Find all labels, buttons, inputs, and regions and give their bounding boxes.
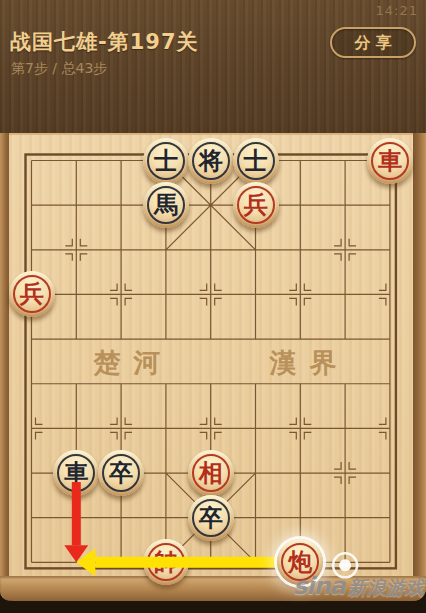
piece-glyph: 兵 (9, 271, 55, 317)
header-bar: 14:21 战国七雄-第197关 第7步 / 总43步 分享 (0, 0, 426, 135)
piece-black-士-50[interactable]: 士 (233, 138, 279, 184)
level-title: 战国七雄-第197关 (10, 28, 199, 56)
piece-black-馬-31[interactable]: 馬 (143, 182, 189, 228)
piece-glyph: 相 (188, 450, 234, 496)
piece-glyph: 士 (233, 138, 279, 184)
river-label-right: 漢界 (257, 345, 350, 381)
board-right-edge (413, 133, 426, 601)
piece-red-兵-03[interactable]: 兵 (9, 271, 55, 317)
piece-glyph: 卒 (188, 495, 234, 541)
move-progress: 第7步 / 总43步 (11, 60, 107, 78)
piece-black-将-40[interactable]: 将 (188, 138, 234, 184)
piece-red-帥-39[interactable]: 帥 (143, 539, 189, 585)
clock-time: 14:21 (376, 3, 418, 18)
piece-glyph: 兵 (233, 182, 279, 228)
sina-logo: sina (293, 572, 345, 600)
piece-glyph: 車 (53, 450, 99, 496)
piece-red-兵-51[interactable]: 兵 (233, 182, 279, 228)
piece-black-卒-27[interactable]: 卒 (98, 450, 144, 496)
piece-glyph: 車 (367, 138, 413, 184)
piece-glyph: 将 (188, 138, 234, 184)
share-button[interactable]: 分享 (330, 27, 416, 58)
watermark-text: 新浪游戏 (348, 576, 424, 598)
piece-black-士-30[interactable]: 士 (143, 138, 189, 184)
piece-black-車-17[interactable]: 車 (53, 450, 99, 496)
watermark: sina新浪游戏 (293, 572, 424, 601)
piece-glyph: 馬 (143, 182, 189, 228)
river-label-left: 楚河 (81, 345, 174, 381)
piece-red-車-80[interactable]: 車 (367, 138, 413, 184)
piece-glyph: 卒 (98, 450, 144, 496)
piece-glyph: 士 (143, 138, 189, 184)
piece-glyph: 帥 (143, 539, 189, 585)
piece-black-卒-48[interactable]: 卒 (188, 495, 234, 541)
app-screen: 14:21 战国七雄-第197关 第7步 / 总43步 分享 楚河 漢界 士将士… (0, 0, 426, 613)
piece-red-相-47[interactable]: 相 (188, 450, 234, 496)
